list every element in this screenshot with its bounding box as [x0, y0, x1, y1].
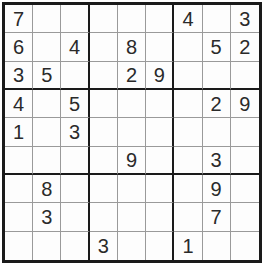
cell-r6c9[interactable] [231, 147, 259, 175]
cell-r8c7[interactable] [174, 203, 202, 231]
cell-r7c4[interactable] [90, 175, 118, 203]
cell-r2c3[interactable]: 4 [61, 33, 89, 61]
cell-r5c6[interactable] [146, 118, 174, 146]
cell-r9c9[interactable] [231, 232, 259, 260]
cell-r2c6[interactable] [146, 33, 174, 61]
cell-r8c2[interactable]: 3 [33, 203, 61, 231]
cell-r4c6[interactable] [146, 90, 174, 118]
cell-r9c7[interactable]: 1 [174, 232, 202, 260]
cell-r9c5[interactable] [118, 232, 146, 260]
cell-r9c8[interactable] [203, 232, 231, 260]
cell-r7c9[interactable] [231, 175, 259, 203]
cell-r2c9[interactable]: 2 [231, 33, 259, 61]
cell-r1c6[interactable] [146, 5, 174, 33]
cell-r5c8[interactable] [203, 118, 231, 146]
cell-r5c2[interactable] [33, 118, 61, 146]
cell-r8c6[interactable] [146, 203, 174, 231]
cell-r4c7[interactable] [174, 90, 202, 118]
cell-r3c8[interactable] [203, 62, 231, 90]
cell-r6c4[interactable] [90, 147, 118, 175]
cell-r2c4[interactable] [90, 33, 118, 61]
cell-r4c9[interactable]: 9 [231, 90, 259, 118]
cell-r8c9[interactable] [231, 203, 259, 231]
cell-r4c8[interactable]: 2 [203, 90, 231, 118]
cell-r3c4[interactable] [90, 62, 118, 90]
cell-r1c9[interactable]: 3 [231, 5, 259, 33]
cell-r7c8[interactable]: 9 [203, 175, 231, 203]
cell-r6c8[interactable]: 3 [203, 147, 231, 175]
cell-r5c7[interactable] [174, 118, 202, 146]
sudoku-board: 74364852352945291393893731 [2, 2, 262, 263]
cell-r2c8[interactable]: 5 [203, 33, 231, 61]
cell-r1c1[interactable]: 7 [5, 5, 33, 33]
cell-r2c1[interactable]: 6 [5, 33, 33, 61]
cell-r8c3[interactable] [61, 203, 89, 231]
cell-r1c7[interactable]: 4 [174, 5, 202, 33]
cell-r3c2[interactable]: 5 [33, 62, 61, 90]
cell-r7c2[interactable]: 8 [33, 175, 61, 203]
cell-r6c6[interactable] [146, 147, 174, 175]
cell-r5c4[interactable] [90, 118, 118, 146]
cell-r8c1[interactable] [5, 203, 33, 231]
cell-r7c6[interactable] [146, 175, 174, 203]
cell-r1c2[interactable] [33, 5, 61, 33]
cell-r9c2[interactable] [33, 232, 61, 260]
cell-r9c1[interactable] [5, 232, 33, 260]
cell-r3c5[interactable]: 2 [118, 62, 146, 90]
cell-r4c5[interactable] [118, 90, 146, 118]
cell-r5c5[interactable] [118, 118, 146, 146]
cell-r7c5[interactable] [118, 175, 146, 203]
cell-r8c8[interactable]: 7 [203, 203, 231, 231]
cell-r5c9[interactable] [231, 118, 259, 146]
cell-r3c9[interactable] [231, 62, 259, 90]
cell-r4c3[interactable]: 5 [61, 90, 89, 118]
cell-r4c1[interactable]: 4 [5, 90, 33, 118]
cell-r1c5[interactable] [118, 5, 146, 33]
cell-r6c5[interactable]: 9 [118, 147, 146, 175]
cell-r6c7[interactable] [174, 147, 202, 175]
cell-r9c4[interactable]: 3 [90, 232, 118, 260]
cell-r5c1[interactable]: 1 [5, 118, 33, 146]
cell-r6c2[interactable] [33, 147, 61, 175]
cell-r3c3[interactable] [61, 62, 89, 90]
cell-r4c4[interactable] [90, 90, 118, 118]
cell-r7c1[interactable] [5, 175, 33, 203]
cell-r4c2[interactable] [33, 90, 61, 118]
cell-r1c4[interactable] [90, 5, 118, 33]
cell-r3c1[interactable]: 3 [5, 62, 33, 90]
cell-r2c2[interactable] [33, 33, 61, 61]
cell-r1c8[interactable] [203, 5, 231, 33]
cell-r2c7[interactable] [174, 33, 202, 61]
cell-r2c5[interactable]: 8 [118, 33, 146, 61]
cell-r1c3[interactable] [61, 5, 89, 33]
cell-r8c4[interactable] [90, 203, 118, 231]
cell-r6c3[interactable] [61, 147, 89, 175]
cell-r9c3[interactable] [61, 232, 89, 260]
cell-r3c6[interactable]: 9 [146, 62, 174, 90]
cell-r7c7[interactable] [174, 175, 202, 203]
cell-r3c7[interactable] [174, 62, 202, 90]
cell-r8c5[interactable] [118, 203, 146, 231]
cell-r7c3[interactable] [61, 175, 89, 203]
cell-r6c1[interactable] [5, 147, 33, 175]
cell-r9c6[interactable] [146, 232, 174, 260]
cell-r5c3[interactable]: 3 [61, 118, 89, 146]
